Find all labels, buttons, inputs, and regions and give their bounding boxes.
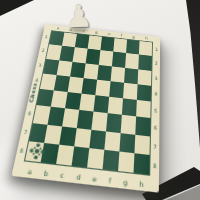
square-h6[interactable] <box>135 117 150 136</box>
coord-label: e <box>92 174 97 183</box>
coord-label: d <box>95 31 98 35</box>
square-e7[interactable] <box>89 129 106 149</box>
crown-emblem-icon <box>26 141 47 161</box>
square-e3[interactable] <box>97 65 112 81</box>
coord-label: f <box>109 175 112 184</box>
coord-label: d <box>76 172 81 181</box>
coord-label: 3 <box>38 62 42 67</box>
square-e8[interactable] <box>87 148 104 169</box>
square-e5[interactable] <box>93 95 109 113</box>
square-f1[interactable] <box>113 38 127 53</box>
square-h2[interactable] <box>138 55 151 71</box>
coord-label: 4 <box>154 91 157 97</box>
square-e2[interactable] <box>99 50 113 66</box>
coord-label: c <box>60 170 65 179</box>
chess-board: abcdefgh abcdefgh 12345678 12345678 Ches… <box>11 24 160 192</box>
coord-label: e <box>108 32 111 36</box>
square-h7[interactable] <box>134 134 149 154</box>
coord-label: g <box>132 35 135 39</box>
coord-label: 8 <box>19 147 24 154</box>
coord-label: f <box>121 34 123 38</box>
square-f8[interactable] <box>103 150 120 171</box>
photo-scene: abcdefgh abcdefgh 12345678 12345678 Ches… <box>0 0 200 200</box>
coord-label: 5 <box>154 107 157 113</box>
coord-label: 7 <box>153 143 156 150</box>
square-e6[interactable] <box>91 112 107 131</box>
square-g5[interactable] <box>122 98 137 116</box>
square-f7[interactable] <box>104 131 120 151</box>
square-f3[interactable] <box>111 66 126 83</box>
square-h3[interactable] <box>138 69 152 86</box>
square-e4[interactable] <box>95 79 110 96</box>
coord-label: 8 <box>153 162 157 169</box>
square-f6[interactable] <box>106 113 122 132</box>
square-f2[interactable] <box>112 52 126 68</box>
coord-label: 6 <box>154 125 157 132</box>
coord-label: 2 <box>41 48 45 53</box>
square-g2[interactable] <box>125 53 139 69</box>
square-h5[interactable] <box>136 100 151 118</box>
square-g3[interactable] <box>124 68 138 85</box>
square-g8[interactable] <box>118 151 134 172</box>
coord-label: h <box>145 36 148 40</box>
coord-label: a <box>56 26 59 30</box>
coord-label: a <box>27 166 33 175</box>
white-pawn-piece[interactable]: ♟ <box>63 0 94 35</box>
coord-label: g <box>123 177 128 186</box>
coord-label: 1 <box>155 47 158 52</box>
coord-label: 7 <box>23 128 28 135</box>
square-f5[interactable] <box>108 97 123 115</box>
coord-label: h <box>139 179 144 188</box>
square-g1[interactable] <box>126 40 139 55</box>
square-g7[interactable] <box>119 133 135 153</box>
coord-label: b <box>44 168 50 177</box>
square-h1[interactable] <box>139 41 152 56</box>
square-g4[interactable] <box>123 83 138 100</box>
coord-label: 3 <box>154 75 157 81</box>
square-h4[interactable] <box>137 84 151 101</box>
square-g6[interactable] <box>121 115 136 134</box>
square-f4[interactable] <box>109 81 124 98</box>
coord-label: 2 <box>155 61 158 66</box>
coord-label: 1 <box>44 34 48 39</box>
square-h8[interactable] <box>134 153 150 175</box>
